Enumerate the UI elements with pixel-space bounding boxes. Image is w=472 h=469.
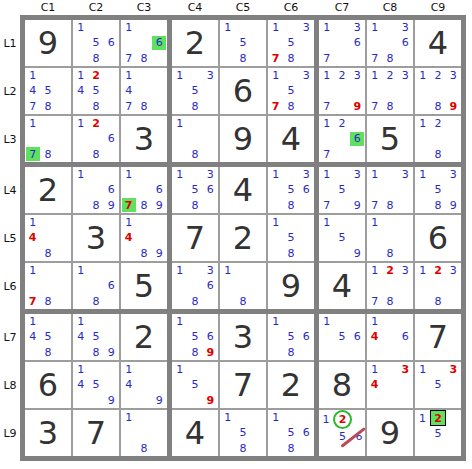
candidate-slot: 2 xyxy=(88,116,103,131)
cell-L6C7[interactable]: 4 xyxy=(319,263,365,309)
column-label-group: C1C2C3 xyxy=(25,0,167,15)
candidate-digit: 8 xyxy=(188,99,202,113)
cell-L5C3[interactable]: 1489 xyxy=(121,215,167,261)
candidate-digit: 5 xyxy=(431,427,445,441)
candidate-slot xyxy=(56,99,71,114)
candidate-digit: 4 xyxy=(74,330,88,344)
candidate-digit: 1 xyxy=(416,264,430,278)
candidate-digit: 2 xyxy=(431,69,445,83)
candidate-slot: 5 xyxy=(430,182,445,197)
cell-L3C3[interactable]: 3 xyxy=(121,116,167,162)
candidate-digit: 9 xyxy=(350,198,364,212)
cell-L7C5[interactable]: 3 xyxy=(220,314,266,360)
candidate-slot xyxy=(367,83,382,98)
candidate-slot: 1 xyxy=(319,116,334,131)
candidate-digit: 1 xyxy=(173,363,187,377)
candidate-digit: 8 xyxy=(383,246,397,260)
candidate-digit: 8 xyxy=(137,246,151,260)
col-label-C8: C8 xyxy=(367,0,413,15)
cell-L8C7[interactable]: 8 xyxy=(319,362,365,408)
candidate-slot xyxy=(40,68,55,83)
candidate-digit: 1 xyxy=(319,413,333,427)
candidate-slot: 1 xyxy=(121,167,136,182)
candidate-slot: 3 xyxy=(350,20,365,35)
candidate-slot xyxy=(251,410,266,425)
candidate-slot: 1 xyxy=(319,215,334,230)
cell-L4C1[interactable]: 2 xyxy=(25,167,71,213)
cell-L9C8[interactable]: 9 xyxy=(367,410,413,456)
cell-L5C5[interactable]: 2 xyxy=(220,215,266,261)
cell-L4C9[interactable]: 13589 xyxy=(415,167,461,213)
candidate-slot xyxy=(283,215,298,230)
candidate-slot: 1 xyxy=(121,68,136,83)
cell-L3C5[interactable]: 9 xyxy=(220,116,266,162)
candidate-slot xyxy=(352,443,366,456)
candidate-slot xyxy=(187,167,202,182)
candidate-slot xyxy=(398,99,413,114)
candidate-digit: 3 xyxy=(299,69,313,83)
candidate-slot: 9 xyxy=(350,246,365,261)
box-1: 9156816781457812458147817812683 xyxy=(25,20,167,162)
cell-L8C2[interactable]: 1459 xyxy=(73,362,119,408)
candidate-slot xyxy=(203,377,218,392)
candidate-slot xyxy=(88,314,103,329)
cell-L2C4[interactable]: 1358 xyxy=(172,68,218,114)
candidate-digit: 3 xyxy=(398,264,412,278)
cell-L3C2[interactable]: 1268 xyxy=(73,116,119,162)
cell-L8C6[interactable]: 2 xyxy=(268,362,314,408)
candidate-slot: 8 xyxy=(187,294,202,309)
candidate-slot xyxy=(268,345,283,360)
candidate-digit: 5 xyxy=(89,330,103,344)
candidate-slot: 5 xyxy=(283,425,298,440)
candidate-slot: 5 xyxy=(235,35,250,50)
candidate-digit: 3 xyxy=(203,69,217,83)
candidate-slot xyxy=(251,20,266,35)
cell-L1C3[interactable]: 1678 xyxy=(121,20,167,66)
cell-L9C9[interactable]: 125 xyxy=(415,410,461,456)
candidate-slot xyxy=(350,51,365,66)
cell-L4C7[interactable]: 13579 xyxy=(319,167,365,213)
candidate-digit: 3 xyxy=(203,168,217,182)
candidate-slot xyxy=(136,410,151,425)
candidate-slot: 6 xyxy=(350,329,365,344)
candidate-slot xyxy=(104,83,119,98)
row-label-group: L1L2L3 xyxy=(0,20,20,162)
cell-L2C7[interactable]: 12379 xyxy=(319,68,365,114)
row-label-group: L4L5L6 xyxy=(0,167,20,309)
cell-L2C6[interactable]: 13578 xyxy=(268,68,314,114)
candidate-grid: 1267 xyxy=(319,116,365,162)
candidate-slot xyxy=(398,294,413,309)
cell-L5C9[interactable]: 6 xyxy=(415,215,461,261)
candidate-slot xyxy=(203,314,218,329)
cell-L2C5[interactable]: 6 xyxy=(220,68,266,114)
candidate-slot xyxy=(398,215,413,230)
cell-L7C2[interactable]: 14589 xyxy=(73,314,119,360)
candidate-slot xyxy=(121,425,136,440)
candidate-slot: 3 xyxy=(203,263,218,278)
candidate-slot xyxy=(367,246,382,261)
candidate-digit: 9 xyxy=(152,198,166,212)
candidate-slot: 6 xyxy=(104,35,119,50)
candidate-slot xyxy=(319,429,333,443)
candidate-digit: 6 xyxy=(203,279,217,293)
candidate-slot xyxy=(136,35,151,50)
candidate-slot xyxy=(220,51,235,66)
cell-L6C2[interactable]: 168 xyxy=(73,263,119,309)
cell-L5C2[interactable]: 3 xyxy=(73,215,119,261)
cell-L1C9[interactable]: 4 xyxy=(415,20,461,66)
candidate-digit: 1 xyxy=(173,168,187,182)
candidate-slot: 3 xyxy=(398,20,413,35)
cell-L5C7[interactable]: 159 xyxy=(319,215,365,261)
candidate-slot xyxy=(283,20,298,35)
candidate-slot: 9 xyxy=(446,99,461,114)
row-label-L4: L4 xyxy=(0,167,20,213)
candidate-slot xyxy=(334,215,349,230)
candidate-grid: 13568 xyxy=(268,167,314,213)
candidate-slot: 4 xyxy=(73,329,88,344)
candidate-slot xyxy=(203,198,218,213)
cell-L9C1[interactable]: 3 xyxy=(25,410,71,456)
candidate-slot xyxy=(40,215,55,230)
cell-L4C2[interactable]: 1689 xyxy=(73,167,119,213)
candidate-slot xyxy=(104,147,119,162)
candidate-grid: 1268 xyxy=(73,116,119,162)
cell-L2C2[interactable]: 12458 xyxy=(73,68,119,114)
candidate-slot xyxy=(415,147,430,162)
candidate-slot: 8 xyxy=(88,294,103,309)
cell-L5C8[interactable]: 18 xyxy=(367,215,413,261)
cell-L4C6[interactable]: 13568 xyxy=(268,167,314,213)
cell-L3C1[interactable]: 178 xyxy=(25,116,71,162)
candidate-slot: 1 xyxy=(367,68,382,83)
cell-L7C7[interactable]: 156 xyxy=(319,314,365,360)
candidate-slot xyxy=(415,182,430,197)
candidate-digit: 4 xyxy=(122,378,136,392)
candidate-grid: 18 xyxy=(220,263,266,309)
cell-L6C9[interactable]: 1238 xyxy=(415,263,461,309)
cell-L1C1[interactable]: 9 xyxy=(25,20,71,66)
candidate-slot xyxy=(415,83,430,98)
candidate-slot xyxy=(299,345,314,360)
cell-value: 2 xyxy=(38,174,58,206)
candidate-slot xyxy=(415,441,430,456)
cell-L3C9[interactable]: 128 xyxy=(415,116,461,162)
candidate-slot: 5 xyxy=(187,83,202,98)
candidate-slot xyxy=(25,131,40,146)
cell-L2C3[interactable]: 1478 xyxy=(121,68,167,114)
candidate-slot: 3 xyxy=(299,68,314,83)
cell-L9C6[interactable]: 1568 xyxy=(268,410,314,456)
cell-L6C6[interactable]: 9 xyxy=(268,263,314,309)
cell-value: 6 xyxy=(233,75,253,107)
candidate-slot: 2 xyxy=(430,116,445,131)
cell-L1C4[interactable]: 2 xyxy=(172,20,218,66)
candidate-slot xyxy=(430,83,445,98)
cell-L4C4[interactable]: 13568 xyxy=(172,167,218,213)
candidate-digit: 8 xyxy=(431,294,445,308)
candidate-digit: 6 xyxy=(299,183,313,197)
candidate-grid: 158 xyxy=(220,20,266,66)
candidate-digit: 4 xyxy=(368,330,382,344)
cell-L4C3[interactable]: 16789 xyxy=(121,167,167,213)
cell-L1C5[interactable]: 158 xyxy=(220,20,266,66)
candidate-slot xyxy=(268,425,283,440)
candidate-digit: 7 xyxy=(26,99,40,113)
candidate-digit: 5 xyxy=(431,183,445,197)
cell-L8C8[interactable]: 134 xyxy=(367,362,413,408)
candidate-digit: 1 xyxy=(221,264,235,278)
cell-L8C9[interactable]: 135 xyxy=(415,362,461,408)
candidate-grid: 1478 xyxy=(121,68,167,114)
candidate-digit: 8 xyxy=(236,294,250,308)
cell-L9C2[interactable]: 7 xyxy=(73,410,119,456)
candidate-slot xyxy=(235,410,250,425)
candidate-slot: 1 xyxy=(172,263,187,278)
candidate-digit: 1 xyxy=(320,216,334,230)
cell-L6C1[interactable]: 178 xyxy=(25,263,71,309)
candidate-slot: 1 xyxy=(121,215,136,230)
candidate-slot: 8 xyxy=(40,246,55,261)
candidate-digit: 6 xyxy=(350,330,364,344)
candidate-slot xyxy=(152,51,167,66)
cell-L2C1[interactable]: 14578 xyxy=(25,68,71,114)
candidate-grid: 13589 xyxy=(415,167,461,213)
cell-L1C6[interactable]: 13578 xyxy=(268,20,314,66)
candidate-digit: 4 xyxy=(122,84,136,98)
candidate-digit: 6 xyxy=(398,330,412,344)
candidate-slot: 1 xyxy=(73,167,88,182)
candidate-digit: 1 xyxy=(368,21,382,35)
candidate-slot xyxy=(56,147,71,162)
candidate-slot: 1 xyxy=(121,20,136,35)
candidate-digit: 8 xyxy=(188,147,202,161)
candidate-slot xyxy=(299,314,314,329)
candidate-slot xyxy=(152,167,167,182)
cell-L4C5[interactable]: 4 xyxy=(220,167,266,213)
candidate-grid: 13579 xyxy=(319,167,365,213)
candidate-slot xyxy=(187,131,202,146)
candidate-digit: 8 xyxy=(284,198,298,212)
candidate-slot xyxy=(268,35,283,50)
candidate-slot: 8 xyxy=(283,51,298,66)
candidate-slot xyxy=(268,246,283,261)
cell-L6C3[interactable]: 5 xyxy=(121,263,167,309)
candidate-slot: 4 xyxy=(25,83,40,98)
cell-L2C8[interactable]: 12378 xyxy=(367,68,413,114)
candidate-digit: 7 xyxy=(122,198,136,212)
candidate-slot xyxy=(367,393,382,408)
candidate-digit: 1 xyxy=(122,69,136,83)
candidate-slot: 1 xyxy=(367,362,382,377)
cell-L7C4[interactable]: 15689 xyxy=(172,314,218,360)
candidate-digit: 6 xyxy=(104,132,118,146)
cell-L6C8[interactable]: 12378 xyxy=(367,263,413,309)
cell-value: 8 xyxy=(332,369,352,401)
candidate-slot xyxy=(56,230,71,245)
candidate-digit: 7 xyxy=(26,147,40,161)
candidate-slot: 7 xyxy=(268,99,283,114)
candidate-digit: 1 xyxy=(26,315,40,329)
cell-L9C3[interactable]: 18 xyxy=(121,410,167,456)
cell-L3C4[interactable]: 18 xyxy=(172,116,218,162)
candidate-grid: 178 xyxy=(25,116,71,162)
cell-value: 3 xyxy=(38,417,58,449)
candidate-digit: 5 xyxy=(284,183,298,197)
cell-L5C6[interactable]: 158 xyxy=(268,215,314,261)
candidate-slot xyxy=(350,215,365,230)
col-label-C4: C4 xyxy=(172,0,218,15)
candidate-grid: 159 xyxy=(319,215,365,261)
candidate-digit: 8 xyxy=(284,99,298,113)
cell-L5C4[interactable]: 7 xyxy=(172,215,218,261)
candidate-digit: 1 xyxy=(416,411,430,425)
candidate-slot xyxy=(56,215,71,230)
candidate-slot: 1 xyxy=(220,410,235,425)
candidate-slot xyxy=(152,83,167,98)
cell-L9C5[interactable]: 158 xyxy=(220,410,266,456)
candidate-slot: 5 xyxy=(334,230,349,245)
candidate-slot: 7 xyxy=(367,198,382,213)
cell-L9C4[interactable]: 4 xyxy=(172,410,218,456)
candidate-slot xyxy=(40,278,55,293)
candidate-slot xyxy=(299,230,314,245)
candidate-slot xyxy=(367,35,382,50)
candidate-slot xyxy=(136,167,151,182)
candidate-grid: 134 xyxy=(367,362,413,408)
cell-L7C3[interactable]: 2 xyxy=(121,314,167,360)
candidate-slot: 8 xyxy=(136,198,151,213)
candidate-digit: 1 xyxy=(122,168,136,182)
candidate-slot: 9 xyxy=(350,198,365,213)
candidate-digit: 9 xyxy=(152,393,166,407)
candidate-slot: 1 xyxy=(268,215,283,230)
column-label-group: C4C5C6 xyxy=(172,0,314,15)
candidate-slot xyxy=(382,329,397,344)
candidate-slot: 1 xyxy=(268,410,283,425)
candidate-grid: 1458 xyxy=(25,314,71,360)
candidate-digit: 1 xyxy=(122,216,136,230)
cell-value: 2 xyxy=(134,321,154,353)
candidate-slot xyxy=(152,362,167,377)
candidate-digit: 5 xyxy=(335,231,349,245)
candidate-slot xyxy=(88,362,103,377)
candidate-digit: 1 xyxy=(221,411,235,425)
col-label-C7: C7 xyxy=(319,0,365,15)
cell-L8C5[interactable]: 7 xyxy=(220,362,266,408)
candidate-slot: 6 xyxy=(203,182,218,197)
candidate-slot xyxy=(430,393,445,408)
candidate-digit: 6 xyxy=(104,36,118,50)
candidate-slot xyxy=(367,230,382,245)
cell-value: 9 xyxy=(281,270,301,302)
candidate-slot: 1 xyxy=(415,167,430,182)
cell-value: 5 xyxy=(134,270,154,302)
candidate-slot: 1 xyxy=(121,410,136,425)
candidate-slot xyxy=(56,68,71,83)
cell-L3C8[interactable]: 5 xyxy=(367,116,413,162)
cell-L3C6[interactable]: 4 xyxy=(268,116,314,162)
cell-value: 2 xyxy=(185,27,205,59)
cell-L7C1[interactable]: 1458 xyxy=(25,314,71,360)
candidate-slot: 1 xyxy=(25,263,40,278)
candidate-slot: 7 xyxy=(268,51,283,66)
candidate-digit: 1 xyxy=(74,69,88,83)
candidate-digit: 2 xyxy=(335,69,349,83)
cell-L1C2[interactable]: 1568 xyxy=(73,20,119,66)
candidate-digit: 9 xyxy=(104,198,118,212)
candidate-slot: 8 xyxy=(382,99,397,114)
candidate-slot xyxy=(319,83,334,98)
candidate-slot: 1 xyxy=(172,116,187,131)
candidate-slot xyxy=(299,51,314,66)
candidate-digit: 3 xyxy=(446,69,460,83)
cell-value: 6 xyxy=(428,222,448,254)
candidate-digit: 4 xyxy=(26,231,40,245)
candidate-slot xyxy=(268,182,283,197)
cell-L6C5[interactable]: 18 xyxy=(220,263,266,309)
candidate-digit: 5 xyxy=(284,36,298,50)
candidate-digit: 9 xyxy=(203,345,217,359)
candidate-digit: 7 xyxy=(368,198,382,212)
candidate-digit: 6 xyxy=(350,132,364,146)
cell-L1C7[interactable]: 1367 xyxy=(319,20,365,66)
candidate-slot: 3 xyxy=(446,362,461,377)
cell-L7C9[interactable]: 7 xyxy=(415,314,461,360)
candidate-slot xyxy=(382,83,397,98)
candidate-digit: 2 xyxy=(335,117,349,131)
candidate-slot: 9 xyxy=(203,345,218,360)
candidate-grid: 12389 xyxy=(415,68,461,114)
candidate-slot: 1 xyxy=(73,362,88,377)
cell-L7C6[interactable]: 1568 xyxy=(268,314,314,360)
cell-L8C1[interactable]: 6 xyxy=(25,362,71,408)
candidate-digit: 2 xyxy=(383,264,397,278)
candidate-slot: 1 xyxy=(73,314,88,329)
candidate-slot: 8 xyxy=(40,345,55,360)
cell-L5C1[interactable]: 148 xyxy=(25,215,71,261)
cell-L8C3[interactable]: 149 xyxy=(121,362,167,408)
cell-L7C8[interactable]: 146 xyxy=(367,314,413,360)
cell-L3C7[interactable]: 1267 xyxy=(319,116,365,162)
candidate-slot: 8 xyxy=(187,147,202,162)
candidate-slot: 6 xyxy=(152,182,167,197)
candidate-slot: 5 xyxy=(40,329,55,344)
cell-L8C4[interactable]: 159 xyxy=(172,362,218,408)
candidate-digit: 3 xyxy=(299,21,313,35)
candidate-slot xyxy=(56,263,71,278)
candidate-slot: 1 xyxy=(268,20,283,35)
candidate-slot xyxy=(203,83,218,98)
candidate-slot: 1 xyxy=(367,215,382,230)
candidate-slot xyxy=(121,182,136,197)
candidate-digit: 2 xyxy=(333,410,352,429)
candidate-slot: 1 xyxy=(73,116,88,131)
candidate-slot: 8 xyxy=(382,51,397,66)
cell-L2C9[interactable]: 12389 xyxy=(415,68,461,114)
candidate-slot: 1 xyxy=(319,167,334,182)
cell-L4C8[interactable]: 1378 xyxy=(367,167,413,213)
cell-L6C4[interactable]: 1368 xyxy=(172,263,218,309)
candidate-slot xyxy=(430,278,445,293)
cell-L9C7[interactable]: 1256 xyxy=(319,410,365,456)
candidate-grid: 18 xyxy=(367,215,413,261)
cell-L1C8[interactable]: 13678 xyxy=(367,20,413,66)
candidate-slot: 8 xyxy=(382,198,397,213)
candidate-digit: 8 xyxy=(137,99,151,113)
